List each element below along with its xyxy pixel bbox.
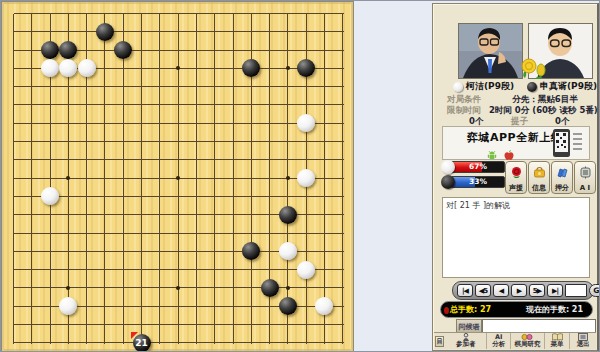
black-stone [242, 59, 260, 77]
star-point [286, 66, 290, 70]
robot-chip-icon [579, 164, 592, 183]
rose-icon [510, 164, 523, 183]
star-point [176, 66, 180, 70]
black-stone [242, 242, 260, 260]
ai-analysis-button[interactable]: AI 分析 [486, 333, 510, 349]
toolbar-side-slot: 目 [434, 333, 445, 349]
go-button[interactable]: GO [589, 284, 600, 297]
time-value: 2时间 0分 (60秒 读秒 5番) [489, 105, 597, 117]
first-move-button[interactable]: |◀ [457, 284, 473, 297]
grid-line [233, 14, 234, 344]
grid-line [14, 324, 344, 325]
star-point [176, 176, 180, 180]
black-stone [261, 279, 279, 297]
cheer-button[interactable]: 声援 [505, 161, 527, 194]
grid-line [31, 14, 32, 344]
white-stone [59, 297, 77, 315]
black-stone [279, 297, 297, 315]
grid-line [104, 14, 105, 344]
grid-line [196, 14, 197, 344]
gold-bag-icon [533, 164, 546, 183]
white-stone [297, 169, 315, 187]
white-stone-icon [453, 82, 463, 92]
back1-button[interactable]: ◀ [493, 284, 509, 297]
player-row-black: 申真谞(P9段) [527, 81, 597, 92]
flower-gift-icon [521, 57, 551, 79]
grid-line [14, 86, 344, 87]
forward1-button[interactable]: ▶ [511, 284, 527, 297]
current-move-text: 现在的手数: 21 [526, 304, 583, 315]
move-counter-bar: 总手数: 27 现在的手数: 21 [440, 301, 593, 318]
grid-line [14, 31, 344, 32]
grid-line [14, 123, 344, 124]
info-button[interactable]: 信息 [528, 161, 550, 194]
grid-line [14, 269, 344, 270]
black-player-name: 申真谞(P9段) [540, 80, 597, 93]
game-research-button[interactable]: 棋局研究 [510, 333, 544, 349]
black-winrate-pct: 33% [452, 177, 504, 187]
grid-line [324, 14, 325, 344]
player-photo-white [458, 23, 523, 79]
white-stone [59, 59, 77, 77]
white-stone [315, 297, 333, 315]
total-moves-text: 总手数: 27 [450, 304, 491, 315]
grid-line [342, 14, 343, 344]
grid-line [14, 233, 344, 234]
app-banner[interactable]: 弈城APP全新上线 [442, 126, 590, 160]
black-stone-icon [441, 175, 455, 189]
grid-line [141, 14, 142, 344]
go-app-window: 21 [0, 0, 600, 352]
game-info-panel: 柯洁(P9段) 申真谞(P9段) 对局条件 分先：黑贴6目半 限制时间 2时间 … [432, 3, 599, 351]
black-stone-icon [527, 82, 537, 92]
black-stone [279, 206, 297, 224]
menu-button[interactable]: 菜单 [544, 333, 570, 349]
black-winrate-row: 33% [441, 174, 505, 189]
black-stone [59, 41, 77, 59]
black-stone [114, 41, 132, 59]
white-winrate-pct: 67% [452, 162, 504, 172]
participants-button[interactable]: 参加者 [445, 333, 486, 349]
grid-line [14, 159, 344, 160]
banner-title: 弈城APP全新上线 [467, 130, 562, 145]
bet-points-button[interactable]: 押分 [551, 161, 573, 194]
black-stone [41, 41, 59, 59]
grid-line [159, 14, 160, 344]
last-move-stone: 21 [133, 334, 151, 352]
ai-button[interactable]: A I [574, 161, 596, 194]
black-winrate-bar: 33% [451, 176, 505, 188]
white-stone [41, 187, 59, 205]
grid-line [123, 14, 124, 344]
back5-button[interactable]: ◀5 [475, 284, 491, 297]
grid-line [13, 14, 14, 344]
exit-button[interactable]: 退出 [569, 333, 596, 349]
last-move-button[interactable]: ▶| [547, 284, 563, 297]
star-point [176, 286, 180, 290]
grid-line [14, 141, 344, 142]
phone-qr-graphic [551, 128, 585, 162]
white-stone [41, 59, 59, 77]
star-point [66, 176, 70, 180]
blue-books-icon [556, 164, 569, 183]
star-point [286, 176, 290, 180]
white-stone [297, 261, 315, 279]
player-row-white: 柯洁(P9段) [453, 81, 514, 92]
move-number-label: 21 [133, 334, 151, 352]
white-winrate-row: 67% [441, 159, 505, 174]
grid-line [14, 342, 344, 343]
go-board[interactable]: 21 [1, 1, 354, 352]
forward5-button[interactable]: 5▶ [529, 284, 545, 297]
black-stone [96, 23, 114, 41]
white-stone-icon [441, 160, 455, 174]
white-stone [297, 114, 315, 132]
move-navigation-bar: |◀ ◀5 ◀ ▶ 5▶ ▶| GO [452, 281, 594, 300]
white-player-name: 柯洁(P9段) [466, 80, 514, 93]
white-stone [78, 59, 96, 77]
star-point [286, 286, 290, 290]
commentary-text: 对[ 21 手 ]的解说 [446, 201, 510, 210]
bottom-toolbar: 目 参加者 AI 分析 [434, 332, 596, 349]
grid-line [214, 14, 215, 344]
move-number-input[interactable] [565, 284, 587, 297]
grid-line [14, 13, 344, 14]
side-toggle-button[interactable]: 目 [435, 336, 444, 347]
grid-line [14, 196, 344, 197]
black-stone [297, 59, 315, 77]
white-stone [279, 242, 297, 260]
star-point [66, 286, 70, 290]
grid-line [14, 104, 344, 105]
white-winrate-bar: 67% [451, 161, 505, 173]
commentary-box[interactable]: 对[ 21 手 ]的解说 [442, 197, 590, 278]
